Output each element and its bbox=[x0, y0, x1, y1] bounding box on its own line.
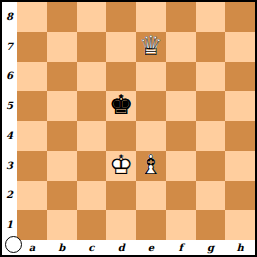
square-h6[interactable] bbox=[225, 62, 255, 92]
square-a3[interactable] bbox=[17, 151, 47, 181]
white-queen-icon: ♕ bbox=[139, 32, 163, 59]
square-g5[interactable] bbox=[196, 91, 226, 121]
square-e8[interactable] bbox=[136, 2, 166, 32]
rank-labels: 87654321 bbox=[2, 2, 17, 240]
square-g8[interactable] bbox=[196, 2, 226, 32]
black-king-icon: ♚ bbox=[109, 92, 133, 119]
square-c8[interactable] bbox=[77, 2, 107, 32]
square-d8[interactable] bbox=[106, 2, 136, 32]
square-b4[interactable] bbox=[47, 121, 77, 151]
square-d7[interactable] bbox=[106, 32, 136, 62]
file-label-f: f bbox=[166, 240, 196, 255]
square-c6[interactable] bbox=[77, 62, 107, 92]
square-c2[interactable] bbox=[77, 181, 107, 211]
square-b7[interactable] bbox=[47, 32, 77, 62]
white-bishop-icon: ♗ bbox=[139, 151, 163, 178]
square-c1[interactable] bbox=[77, 210, 107, 240]
square-f5[interactable] bbox=[166, 91, 196, 121]
square-d1[interactable] bbox=[106, 210, 136, 240]
square-h3[interactable] bbox=[225, 151, 255, 181]
square-c3[interactable] bbox=[77, 151, 107, 181]
white-king-d3[interactable]: ♚♔ bbox=[106, 151, 136, 181]
file-label-b: b bbox=[47, 240, 77, 255]
black-king-d5[interactable]: ♚♚ bbox=[106, 91, 136, 121]
square-c5[interactable] bbox=[77, 91, 107, 121]
square-d2[interactable] bbox=[106, 181, 136, 211]
square-a1[interactable] bbox=[17, 210, 47, 240]
square-e2[interactable] bbox=[136, 181, 166, 211]
file-label-c: c bbox=[77, 240, 107, 255]
square-e6[interactable] bbox=[136, 62, 166, 92]
square-a2[interactable] bbox=[17, 181, 47, 211]
white-queen-e7[interactable]: ♛♕ bbox=[136, 32, 166, 62]
square-d4[interactable] bbox=[106, 121, 136, 151]
rank-label-6: 6 bbox=[2, 62, 17, 92]
square-f6[interactable] bbox=[166, 62, 196, 92]
chess-diagram: 87654321 ♛♕♚♚♚♔♝♗ abcdefgh bbox=[0, 0, 257, 257]
rank-label-2: 2 bbox=[2, 181, 17, 211]
rank-label-3: 3 bbox=[2, 151, 17, 181]
square-a8[interactable] bbox=[17, 2, 47, 32]
square-b5[interactable] bbox=[47, 91, 77, 121]
rank-label-4: 4 bbox=[2, 121, 17, 151]
white-bishop-e3[interactable]: ♝♗ bbox=[136, 151, 166, 181]
rank-label-5: 5 bbox=[2, 91, 17, 121]
square-h1[interactable] bbox=[225, 210, 255, 240]
square-f4[interactable] bbox=[166, 121, 196, 151]
square-a5[interactable] bbox=[17, 91, 47, 121]
square-h8[interactable] bbox=[225, 2, 255, 32]
white-to-move-indicator bbox=[5, 236, 22, 253]
square-g2[interactable] bbox=[196, 181, 226, 211]
square-h2[interactable] bbox=[225, 181, 255, 211]
square-f3[interactable] bbox=[166, 151, 196, 181]
square-e7[interactable]: ♛♕ bbox=[136, 32, 166, 62]
square-f7[interactable] bbox=[166, 32, 196, 62]
square-b2[interactable] bbox=[47, 181, 77, 211]
white-king-icon: ♔ bbox=[109, 151, 133, 178]
square-e1[interactable] bbox=[136, 210, 166, 240]
square-b6[interactable] bbox=[47, 62, 77, 92]
square-g3[interactable] bbox=[196, 151, 226, 181]
square-e3[interactable]: ♝♗ bbox=[136, 151, 166, 181]
square-d3[interactable]: ♚♔ bbox=[106, 151, 136, 181]
square-f8[interactable] bbox=[166, 2, 196, 32]
file-label-g: g bbox=[196, 240, 226, 255]
file-label-h: h bbox=[225, 240, 255, 255]
square-d5[interactable]: ♚♚ bbox=[106, 91, 136, 121]
square-b1[interactable] bbox=[47, 210, 77, 240]
square-h4[interactable] bbox=[225, 121, 255, 151]
square-b3[interactable] bbox=[47, 151, 77, 181]
square-c7[interactable] bbox=[77, 32, 107, 62]
square-a7[interactable] bbox=[17, 32, 47, 62]
file-labels: abcdefgh bbox=[17, 240, 255, 255]
square-g4[interactable] bbox=[196, 121, 226, 151]
rank-label-8: 8 bbox=[2, 2, 17, 32]
square-e4[interactable] bbox=[136, 121, 166, 151]
square-f2[interactable] bbox=[166, 181, 196, 211]
square-h7[interactable] bbox=[225, 32, 255, 62]
square-g7[interactable] bbox=[196, 32, 226, 62]
square-b8[interactable] bbox=[47, 2, 77, 32]
chess-board[interactable]: ♛♕♚♚♚♔♝♗ bbox=[17, 2, 255, 240]
square-e5[interactable] bbox=[136, 91, 166, 121]
rank-label-7: 7 bbox=[2, 32, 17, 62]
file-label-e: e bbox=[136, 240, 166, 255]
square-h5[interactable] bbox=[225, 91, 255, 121]
square-a4[interactable] bbox=[17, 121, 47, 151]
square-g1[interactable] bbox=[196, 210, 226, 240]
file-label-d: d bbox=[106, 240, 136, 255]
square-d6[interactable] bbox=[106, 62, 136, 92]
square-c4[interactable] bbox=[77, 121, 107, 151]
square-a6[interactable] bbox=[17, 62, 47, 92]
square-f1[interactable] bbox=[166, 210, 196, 240]
square-g6[interactable] bbox=[196, 62, 226, 92]
